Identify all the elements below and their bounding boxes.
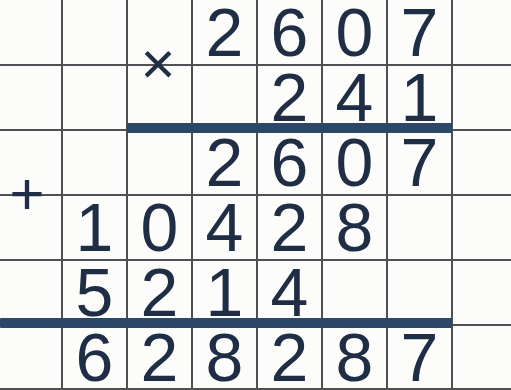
digit-cell-r0c6: 7 [387,0,452,65]
digit-cell-r4c1: 5 [62,260,127,325]
digit-cell-r3c1: 1 [62,195,127,260]
plus-sign: + [0,162,59,226]
digit-cell-r3c3: 4 [192,195,257,260]
digit-cell-r2c3: 2 [192,130,257,195]
long-multiplication-grid: 26072412607104285214628287×+ [0,0,511,390]
grid-line-horizontal [452,129,511,131]
digit-cell-r2c5: 0 [322,130,387,195]
digit-cell-r4c2: 2 [127,260,192,325]
digit-cell-r0c5: 0 [322,0,387,65]
digit-cell-r0c4: 6 [257,0,322,65]
digit-cell-r5c5: 8 [322,325,387,390]
digit-cell-r5c2: 2 [127,325,192,390]
digit-cell-r4c3: 1 [192,260,257,325]
grid-line-horizontal [452,324,511,326]
digit-cell-r1c6: 1 [387,65,452,130]
digit-cell-r0c3: 2 [192,0,257,65]
digit-cell-r2c4: 6 [257,130,322,195]
digit-cell-r1c5: 4 [322,65,387,130]
digit-cell-r1c4: 2 [257,65,322,130]
digit-cell-r3c2: 0 [127,195,192,260]
digit-cell-r5c4: 2 [257,325,322,390]
digit-cell-r4c4: 4 [257,260,322,325]
grid-line-horizontal [0,129,127,131]
digit-cell-r5c3: 8 [192,325,257,390]
digit-cell-r3c5: 8 [322,195,387,260]
digit-cell-r5c1: 6 [62,325,127,390]
digit-cell-r2c6: 7 [387,130,452,195]
digit-cell-r5c6: 7 [387,325,452,390]
times-sign: × [126,32,190,96]
digit-cell-r3c4: 2 [257,195,322,260]
